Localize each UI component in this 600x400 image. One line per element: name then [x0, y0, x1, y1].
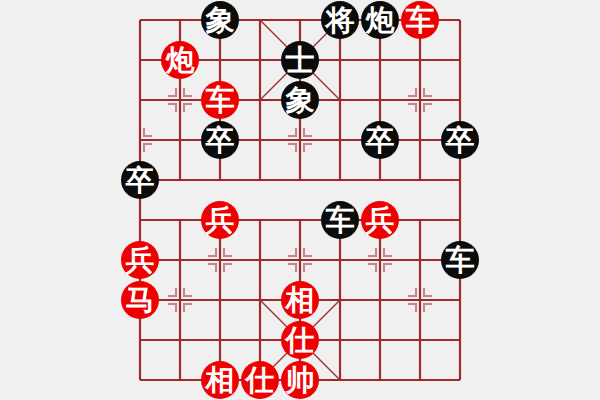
piece-black-soldier[interactable]: 卒 [441, 121, 479, 159]
piece-red-soldier[interactable]: 兵 [201, 201, 239, 239]
piece-black-soldier[interactable]: 卒 [361, 121, 399, 159]
piece-red-cannon[interactable]: 炮 [161, 41, 199, 79]
piece-red-chariot[interactable]: 车 [401, 1, 439, 39]
piece-red-soldier[interactable]: 兵 [361, 201, 399, 239]
xiangqi-board-screenshot: 象将炮士象卒卒卒卒车车车炮车兵兵兵马相仕相仕帅 [0, 0, 600, 400]
piece-red-advisor[interactable]: 仕 [281, 321, 319, 359]
piece-red-elephant[interactable]: 相 [201, 361, 239, 399]
piece-black-soldier[interactable]: 卒 [121, 161, 159, 199]
piece-black-cannon[interactable]: 炮 [361, 1, 399, 39]
piece-black-soldier[interactable]: 卒 [201, 121, 239, 159]
piece-black-general[interactable]: 将 [321, 1, 359, 39]
piece-red-chariot[interactable]: 车 [201, 81, 239, 119]
piece-black-chariot[interactable]: 车 [321, 201, 359, 239]
piece-black-elephant[interactable]: 象 [201, 1, 239, 39]
piece-black-chariot[interactable]: 车 [441, 241, 479, 279]
piece-red-elephant[interactable]: 相 [281, 281, 319, 319]
pieces-layer: 象将炮士象卒卒卒卒车车车炮车兵兵兵马相仕相仕帅 [120, 0, 480, 400]
piece-black-elephant[interactable]: 象 [281, 81, 319, 119]
piece-black-advisor[interactable]: 士 [281, 41, 319, 79]
piece-red-horse[interactable]: 马 [121, 281, 159, 319]
piece-red-advisor[interactable]: 仕 [241, 361, 279, 399]
piece-red-soldier[interactable]: 兵 [121, 241, 159, 279]
piece-red-general[interactable]: 帅 [281, 361, 319, 399]
